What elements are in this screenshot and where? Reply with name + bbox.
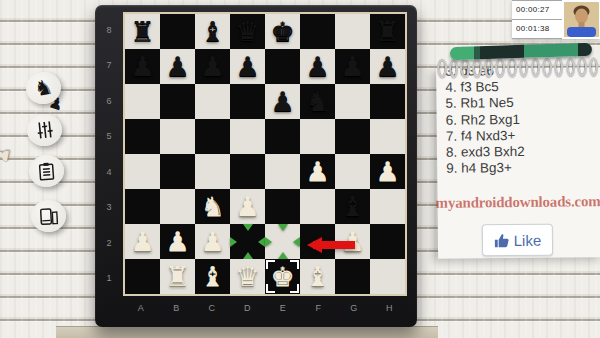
square-a1[interactable] xyxy=(125,259,160,294)
spiral-coil xyxy=(495,58,505,77)
clipboard-icon xyxy=(37,161,55,181)
square-e3[interactable] xyxy=(265,189,300,224)
black-clock: 00:01:38 xyxy=(512,20,562,39)
piece-wP-h4[interactable]: ♟ xyxy=(370,154,405,189)
devices-icon xyxy=(39,207,59,225)
rank-label-2: 2 xyxy=(95,225,123,261)
square-g6[interactable] xyxy=(335,84,370,119)
file-label-a: A xyxy=(123,303,159,327)
spiral-coil xyxy=(449,59,459,78)
app-screen: 87654321 ♜♝♛♚♜♟♟♟♟♟♟♟♟♞♟♟♞♟♝♟♟♟♟♜♝♛♚♝ AB… xyxy=(0,0,600,338)
piece-wP-c2[interactable]: ♟ xyxy=(195,224,230,259)
rank-label-1: 1 xyxy=(95,261,123,297)
square-a2[interactable]: ♟ xyxy=(125,224,160,259)
file-labels: ABCDEFGH xyxy=(123,296,407,327)
square-c3[interactable]: ♞ xyxy=(195,189,230,224)
board-squares: ♜♝♛♚♜♟♟♟♟♟♟♟♟♞♟♟♞♟♝♟♟♟♟♜♝♛♚♝ xyxy=(123,12,407,296)
square-b5[interactable] xyxy=(160,119,195,154)
square-b8[interactable] xyxy=(160,14,195,49)
square-b7[interactable]: ♟ xyxy=(160,49,195,84)
move-line: 8. exd3 Bxh2 xyxy=(446,143,600,161)
square-d7[interactable]: ♟ xyxy=(230,49,265,84)
piece-wP-d3[interactable]: ♟ xyxy=(230,189,265,224)
file-label-f: F xyxy=(301,303,337,327)
square-e2[interactable] xyxy=(265,224,300,259)
piece-bP-g7[interactable]: ♟ xyxy=(335,49,370,84)
square-f1[interactable]: ♝ xyxy=(300,259,335,294)
rank-labels: 87654321 xyxy=(95,12,123,296)
spiral-coil xyxy=(460,58,470,77)
square-h6[interactable] xyxy=(370,84,405,119)
move-line: 5. Rb1 Ne5 xyxy=(445,95,600,113)
rank-label-5: 5 xyxy=(95,119,123,155)
piece-bN-f6[interactable]: ♞ xyxy=(300,84,335,119)
square-e7[interactable] xyxy=(265,49,300,84)
piece-bB-g3[interactable]: ♝ xyxy=(335,189,370,224)
square-c4[interactable] xyxy=(195,154,230,189)
piece-wP-f4[interactable]: ♟ xyxy=(300,154,335,189)
file-label-g: G xyxy=(336,303,372,327)
spiral-coil xyxy=(554,58,564,77)
square-g4[interactable] xyxy=(335,154,370,189)
square-b3[interactable] xyxy=(160,189,195,224)
square-c2[interactable]: ♟ xyxy=(195,224,230,259)
rank-label-4: 4 xyxy=(95,154,123,190)
rank-label-6: 6 xyxy=(95,83,123,119)
chess-board: 87654321 ♜♝♛♚♜♟♟♟♟♟♟♟♟♞♟♟♞♟♝♟♟♟♟♜♝♛♚♝ AB… xyxy=(95,5,417,327)
watermark-text: myandroiddownloads.com xyxy=(435,193,600,212)
piece-bB-c8[interactable]: ♝ xyxy=(195,14,230,49)
square-g8[interactable] xyxy=(335,14,370,49)
table-edge xyxy=(56,326,438,338)
square-h5[interactable] xyxy=(370,119,405,154)
move-line: 6. Rh2 Bxg1 xyxy=(446,111,600,129)
piece-wP-b2[interactable]: ♟ xyxy=(160,224,195,259)
piece-bP-a7[interactable]: ♟ xyxy=(125,49,160,84)
spiral-coil xyxy=(566,57,576,76)
square-a3[interactable] xyxy=(125,189,160,224)
square-g5[interactable] xyxy=(335,119,370,154)
move-list-button[interactable] xyxy=(28,154,65,188)
notepad: 3. d3 e64. f3 Bc55. Rb1 Ne56. Rh2 Bxg17.… xyxy=(433,43,600,259)
square-c7[interactable]: ♟ xyxy=(195,49,230,84)
move-line: 9. h4 Bg3+ xyxy=(446,159,600,177)
square-b1[interactable]: ♜ xyxy=(160,259,195,294)
square-d6[interactable] xyxy=(230,84,265,119)
square-g1[interactable] xyxy=(335,259,370,294)
square-d2[interactable] xyxy=(230,224,265,259)
piece-wR-b1[interactable]: ♜ xyxy=(160,259,195,294)
spiral-coil xyxy=(519,58,529,77)
square-f7[interactable]: ♟ xyxy=(300,49,335,84)
spiral-coil xyxy=(472,58,482,77)
avatar-photo-icon xyxy=(564,2,599,37)
spiral-coil xyxy=(507,58,517,77)
red-arrow-shaft xyxy=(313,241,355,249)
spiral-binding xyxy=(437,57,597,77)
red-annotation-arrow xyxy=(299,237,356,253)
square-d1[interactable]: ♛ xyxy=(230,259,265,294)
square-b6[interactable] xyxy=(160,84,195,119)
square-d8[interactable]: ♛ xyxy=(230,14,265,49)
square-f5[interactable] xyxy=(300,119,335,154)
square-e8[interactable]: ♚ xyxy=(265,14,300,49)
piece-bK-e8[interactable]: ♚ xyxy=(265,14,300,49)
piece-bP-b7[interactable]: ♟ xyxy=(160,49,195,84)
spiral-coil xyxy=(531,58,541,77)
devices-button[interactable] xyxy=(30,199,67,233)
square-h4[interactable]: ♟ xyxy=(370,154,405,189)
square-b2[interactable]: ♟ xyxy=(160,224,195,259)
spiral-coil xyxy=(542,58,552,77)
square-g3[interactable]: ♝ xyxy=(335,189,370,224)
sliders-icon xyxy=(35,120,55,140)
selection-brackets xyxy=(266,260,299,293)
square-e1[interactable]: ♚ xyxy=(265,259,300,294)
file-label-d: D xyxy=(230,303,266,327)
square-a4[interactable] xyxy=(125,154,160,189)
square-h7[interactable]: ♟ xyxy=(370,49,405,84)
square-c1[interactable]: ♝ xyxy=(195,259,230,294)
rank-label-3: 3 xyxy=(95,190,123,226)
square-c6[interactable] xyxy=(195,84,230,119)
spiral-coil xyxy=(577,57,587,76)
file-label-e: E xyxy=(265,303,301,327)
move-list: 3. d3 e64. f3 Bc55. Rb1 Ne56. Rh2 Bxg17.… xyxy=(445,67,600,177)
clock-panel: 00:00:27 00:01:38 xyxy=(512,0,600,39)
fallen-white-piece-prop: ♟ xyxy=(0,145,13,165)
clock-column: 00:00:27 00:01:38 xyxy=(512,0,562,39)
square-b4[interactable] xyxy=(160,154,195,189)
square-c5[interactable] xyxy=(195,119,230,154)
thumbs-up-icon xyxy=(494,233,509,248)
piece-wB-f1[interactable]: ♝ xyxy=(300,259,335,294)
piece-bP-c7[interactable]: ♟ xyxy=(195,49,230,84)
piece-wN-c3[interactable]: ♞ xyxy=(195,189,230,224)
square-e6[interactable]: ♟ xyxy=(265,84,300,119)
move-line: 4. f3 Bc5 xyxy=(445,78,600,96)
square-h8[interactable]: ♜ xyxy=(370,14,405,49)
square-f4[interactable]: ♟ xyxy=(300,154,335,189)
square-a8[interactable]: ♜ xyxy=(125,14,160,49)
square-h1[interactable] xyxy=(370,259,405,294)
piece-wP-a2[interactable]: ♟ xyxy=(125,224,160,259)
square-h2[interactable] xyxy=(370,224,405,259)
knight-icon: ♞ xyxy=(32,76,54,100)
piece-bP-f7[interactable]: ♟ xyxy=(300,49,335,84)
move-line: 7. f4 Nxd3+ xyxy=(446,127,600,145)
opponent-avatar xyxy=(564,2,599,37)
piece-bR-a8[interactable]: ♜ xyxy=(125,14,160,49)
square-f8[interactable] xyxy=(300,14,335,49)
piece-wB-c1[interactable]: ♝ xyxy=(195,259,230,294)
file-label-b: B xyxy=(159,303,195,327)
square-f3[interactable] xyxy=(300,189,335,224)
square-a5[interactable] xyxy=(125,119,160,154)
spiral-coil xyxy=(437,59,447,78)
square-g7[interactable]: ♟ xyxy=(335,49,370,84)
rank-label-7: 7 xyxy=(95,48,123,84)
piece-bP-e6[interactable]: ♟ xyxy=(265,84,300,119)
square-d5[interactable] xyxy=(230,119,265,154)
square-d4[interactable] xyxy=(230,154,265,189)
square-f6[interactable]: ♞ xyxy=(300,84,335,119)
file-label-h: H xyxy=(372,303,408,327)
square-c8[interactable]: ♝ xyxy=(195,14,230,49)
spiral-coil xyxy=(484,58,494,77)
square-e4[interactable] xyxy=(265,154,300,189)
piece-bR-h8[interactable]: ♜ xyxy=(370,14,405,49)
square-a7[interactable]: ♟ xyxy=(125,49,160,84)
square-h3[interactable] xyxy=(370,189,405,224)
piece-wQ-d1[interactable]: ♛ xyxy=(230,259,265,294)
facebook-like-button[interactable]: Like xyxy=(482,224,553,257)
like-button-label: Like xyxy=(514,231,542,248)
piece-bP-d7[interactable]: ♟ xyxy=(230,49,265,84)
piece-bP-h7[interactable]: ♟ xyxy=(370,49,405,84)
settings-button[interactable] xyxy=(25,112,63,147)
piece-bQ-d8[interactable]: ♛ xyxy=(230,14,265,49)
rank-label-8: 8 xyxy=(95,12,123,48)
square-a6[interactable] xyxy=(125,84,160,119)
square-d3[interactable]: ♟ xyxy=(230,189,265,224)
file-label-c: C xyxy=(194,303,230,327)
square-e5[interactable] xyxy=(265,119,300,154)
white-clock: 00:00:27 xyxy=(512,1,562,20)
